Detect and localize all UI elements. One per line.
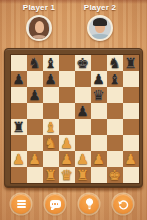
player-2-avatar	[87, 15, 113, 41]
square-d2[interactable]: ♟	[59, 151, 75, 167]
square-h1[interactable]	[123, 167, 139, 183]
square-c1[interactable]: ♜	[43, 167, 59, 183]
chess-app-screen: Player 1 Player 2 ♞♝♚♞♜♟♟♟♝♟♛♟♜♝♞♟♟♟♟♟♟♟…	[0, 0, 147, 220]
piece-black-pawn-f7[interactable]: ♟	[92, 71, 105, 87]
square-g8[interactable]: ♞	[107, 55, 123, 71]
square-a4[interactable]: ♜	[11, 119, 27, 135]
piece-white-knight-c3[interactable]: ♞	[44, 135, 57, 151]
square-h3[interactable]	[123, 135, 139, 151]
piece-black-king-e8[interactable]: ♚	[76, 55, 89, 71]
square-e8[interactable]: ♚	[75, 55, 91, 71]
piece-white-pawn-d2[interactable]: ♟	[60, 151, 73, 167]
board-grid: ♞♝♚♞♜♟♟♟♝♟♛♟♜♝♞♟♟♟♟♟♟♟♜♛♜♚	[11, 55, 139, 183]
square-h6[interactable]	[123, 87, 139, 103]
square-h2[interactable]: ♟	[123, 151, 139, 167]
square-f6[interactable]: ♛	[91, 87, 107, 103]
piece-white-pawn-h2[interactable]: ♟	[124, 151, 137, 167]
piece-white-rook-e1[interactable]: ♜	[76, 167, 89, 183]
square-g5[interactable]	[107, 103, 123, 119]
piece-black-pawn-a7[interactable]: ♟	[12, 71, 25, 87]
avatar-face	[35, 21, 45, 33]
square-e5[interactable]: ♟	[75, 103, 91, 119]
square-g6[interactable]	[107, 87, 123, 103]
square-f2[interactable]: ♟	[91, 151, 107, 167]
piece-black-pawn-b6[interactable]: ♟	[28, 87, 41, 103]
square-f8[interactable]	[91, 55, 107, 71]
square-d3[interactable]: ♟	[59, 135, 75, 151]
square-a5[interactable]	[11, 103, 27, 119]
square-c6[interactable]	[43, 87, 59, 103]
toolbar	[0, 194, 147, 216]
square-a2[interactable]: ♟	[11, 151, 27, 167]
piece-white-queen-d1[interactable]: ♛	[60, 167, 73, 183]
chat-bubble-icon	[50, 200, 61, 208]
square-a1[interactable]	[11, 167, 27, 183]
square-b3[interactable]	[27, 135, 43, 151]
square-c4[interactable]: ♝	[43, 119, 59, 135]
square-b1[interactable]	[27, 167, 43, 183]
piece-white-bishop-c4[interactable]: ♝	[44, 119, 57, 135]
square-d4[interactable]	[59, 119, 75, 135]
menu-button[interactable]	[11, 194, 31, 214]
piece-black-rook-h8[interactable]: ♜	[124, 55, 137, 71]
piece-black-bishop-g7[interactable]: ♝	[108, 71, 121, 87]
square-f4[interactable]	[91, 119, 107, 135]
menu-icon	[17, 200, 26, 208]
square-f7[interactable]: ♟	[91, 71, 107, 87]
square-d1[interactable]: ♛	[59, 167, 75, 183]
piece-black-bishop-c8[interactable]: ♝	[44, 55, 57, 71]
piece-white-pawn-e2[interactable]: ♟	[76, 151, 89, 167]
board-shadow	[8, 188, 139, 191]
square-a3[interactable]	[11, 135, 27, 151]
square-b4[interactable]	[27, 119, 43, 135]
square-e3[interactable]	[75, 135, 91, 151]
piece-black-pawn-e5[interactable]: ♟	[76, 103, 89, 119]
piece-white-king-g1[interactable]: ♚	[108, 167, 121, 183]
square-h7[interactable]	[123, 71, 139, 87]
restart-button[interactable]	[113, 194, 133, 214]
square-b5[interactable]	[27, 103, 43, 119]
player-2-name: Player 2	[84, 3, 116, 12]
square-g3[interactable]	[107, 135, 123, 151]
square-c3[interactable]: ♞	[43, 135, 59, 151]
square-e7[interactable]	[75, 71, 91, 87]
square-d7[interactable]	[59, 71, 75, 87]
square-a7[interactable]: ♟	[11, 71, 27, 87]
square-f3[interactable]	[91, 135, 107, 151]
piece-white-rook-c1[interactable]: ♜	[44, 167, 57, 183]
square-c5[interactable]	[43, 103, 59, 119]
avatar-shirt	[91, 34, 109, 40]
square-f5[interactable]	[91, 103, 107, 119]
square-b8[interactable]: ♞	[27, 55, 43, 71]
light-bulb-icon	[85, 198, 94, 210]
hint-button[interactable]	[79, 194, 99, 214]
piece-white-pawn-d3[interactable]: ♟	[60, 135, 73, 151]
square-d8[interactable]	[59, 55, 75, 71]
square-a6[interactable]	[11, 87, 27, 103]
square-e2[interactable]: ♟	[75, 151, 91, 167]
piece-white-pawn-a2[interactable]: ♟	[12, 151, 25, 167]
square-h8[interactable]: ♜	[123, 55, 139, 71]
chess-board: ♞♝♚♞♜♟♟♟♝♟♛♟♜♝♞♟♟♟♟♟♟♟♜♛♜♚	[4, 48, 143, 188]
square-h4[interactable]	[123, 119, 139, 135]
square-b6[interactable]: ♟	[27, 87, 43, 103]
piece-white-pawn-b2[interactable]: ♟	[28, 151, 41, 167]
square-b7[interactable]	[27, 71, 43, 87]
square-d5[interactable]	[59, 103, 75, 119]
piece-black-knight-b8[interactable]: ♞	[28, 55, 41, 71]
player-2: Player 2	[72, 3, 128, 41]
square-g4[interactable]	[107, 119, 123, 135]
piece-black-knight-g8[interactable]: ♞	[108, 55, 121, 71]
square-h5[interactable]	[123, 103, 139, 119]
square-g2[interactable]	[107, 151, 123, 167]
square-e6[interactable]	[75, 87, 91, 103]
square-g1[interactable]: ♚	[107, 167, 123, 183]
square-b2[interactable]: ♟	[27, 151, 43, 167]
piece-black-pawn-c7[interactable]: ♟	[44, 71, 57, 87]
square-c8[interactable]: ♝	[43, 55, 59, 71]
square-d6[interactable]	[59, 87, 75, 103]
player-1-avatar	[26, 15, 52, 41]
chat-button[interactable]	[45, 194, 65, 214]
piece-white-pawn-f2[interactable]: ♟	[92, 151, 105, 167]
player-1: Player 1	[11, 3, 67, 41]
square-e4[interactable]	[75, 119, 91, 135]
square-c7[interactable]: ♟	[43, 71, 59, 87]
avatar-hair	[93, 18, 107, 26]
square-g7[interactable]: ♝	[107, 71, 123, 87]
square-e1[interactable]: ♜	[75, 167, 91, 183]
square-c2[interactable]	[43, 151, 59, 167]
square-a8[interactable]	[11, 55, 27, 71]
piece-black-queen-f6[interactable]: ♛	[92, 87, 105, 103]
piece-black-rook-a4[interactable]: ♜	[12, 119, 25, 135]
player-1-name: Player 1	[23, 3, 55, 12]
restart-arrow-icon	[118, 199, 129, 210]
avatar-shirt	[32, 35, 46, 41]
square-f1[interactable]	[91, 167, 107, 183]
players-header: Player 1 Player 2	[0, 0, 147, 46]
